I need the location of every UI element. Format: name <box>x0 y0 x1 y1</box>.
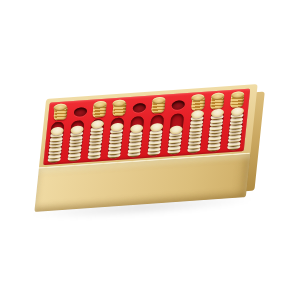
top-pit-6 <box>148 95 169 114</box>
top-pit-2 <box>69 101 90 120</box>
gold-cup-top-face <box>231 91 245 99</box>
channel-3 <box>87 119 104 160</box>
pit-recess-icon <box>171 100 185 110</box>
gold-cup-piece <box>151 100 165 114</box>
channel-4 <box>107 117 124 158</box>
top-pit-5 <box>128 97 149 116</box>
channel-10 <box>227 109 244 150</box>
gold-cup-piece <box>210 95 224 109</box>
top-pit-9 <box>207 91 228 110</box>
gold-cup-piece <box>92 104 106 118</box>
gold-cup-top-face <box>191 93 205 101</box>
channel-7 <box>167 113 184 154</box>
pit-recess-icon <box>132 103 146 113</box>
top-pit-4 <box>109 98 130 117</box>
gold-cup-piece <box>230 94 244 108</box>
channel-1 <box>47 122 64 163</box>
red-insert <box>43 89 250 166</box>
gold-cup-top-face <box>211 92 225 100</box>
gold-cup-top-face <box>113 99 127 107</box>
pit-recess-icon <box>73 107 87 117</box>
gold-cup-piece <box>112 102 126 116</box>
top-pit-3 <box>89 99 110 118</box>
product-photo-abacus-box <box>0 0 300 300</box>
top-pit-7 <box>168 94 189 113</box>
abacus-box <box>34 84 257 212</box>
channel-6 <box>147 115 164 156</box>
gold-cup-piece <box>53 106 67 120</box>
top-pit-8 <box>187 92 208 111</box>
gold-cup-top-face <box>54 103 68 111</box>
top-pit-10 <box>227 90 248 109</box>
channel-2 <box>67 120 84 161</box>
channel-8 <box>187 112 204 153</box>
channel-9 <box>207 110 224 151</box>
gold-cup-top-face <box>93 100 107 108</box>
top-pit-1 <box>50 102 71 121</box>
gold-cup-top-face <box>152 96 166 104</box>
gold-cup-piece <box>191 97 205 111</box>
channel-5 <box>127 116 144 157</box>
